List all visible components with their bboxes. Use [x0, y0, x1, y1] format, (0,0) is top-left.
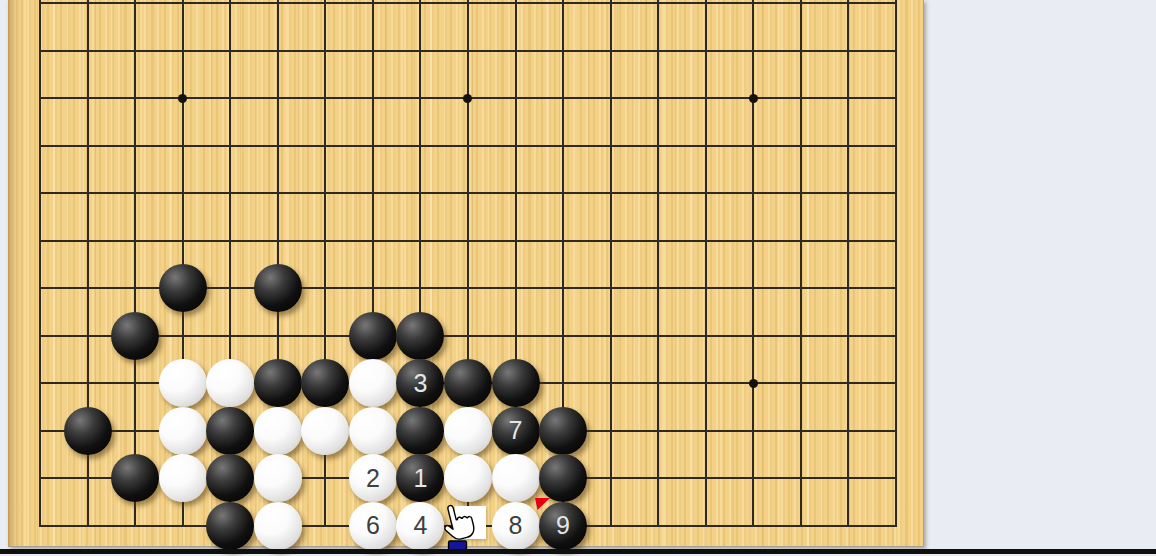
stone-white — [301, 407, 349, 455]
hoshi-point — [463, 94, 472, 103]
stone-black — [254, 264, 302, 312]
stone-black — [64, 407, 112, 455]
stone-white — [349, 359, 397, 407]
grid-line-horizontal — [39, 192, 897, 194]
grid-line-vertical — [610, 0, 612, 527]
stone-black-move-3: 3 — [396, 359, 444, 407]
stone-black — [206, 407, 254, 455]
grid-line-vertical — [800, 0, 802, 527]
stone-black — [349, 312, 397, 360]
stone-black — [396, 407, 444, 455]
stone-white — [159, 454, 207, 502]
grid-line-vertical — [134, 0, 136, 527]
stone-black — [396, 312, 444, 360]
stone-white — [444, 454, 492, 502]
stone-black — [444, 359, 492, 407]
move-number-label: 7 — [492, 407, 540, 455]
stone-white — [444, 407, 492, 455]
grid-line-horizontal — [39, 50, 897, 52]
grid-line-vertical — [39, 0, 41, 527]
stone-white-move-8: 8 — [492, 502, 540, 550]
stone-white — [254, 407, 302, 455]
stone-white — [206, 359, 254, 407]
stone-white — [349, 407, 397, 455]
grid-line-vertical — [752, 0, 754, 527]
go-app-window: 37216489 — [0, 0, 1156, 556]
hover-highlight-square[interactable] — [455, 506, 486, 539]
move-number-label: 2 — [349, 454, 397, 502]
stone-black — [492, 359, 540, 407]
stone-black — [111, 454, 159, 502]
stone-black — [539, 454, 587, 502]
stone-black — [254, 359, 302, 407]
grid-line-vertical — [847, 0, 849, 527]
stone-black-move-7: 7 — [492, 407, 540, 455]
hoshi-point — [178, 94, 187, 103]
move-number-label: 6 — [349, 502, 397, 550]
stone-white-move-4: 4 — [396, 502, 444, 550]
stone-black — [301, 359, 349, 407]
move-number-label: 8 — [492, 502, 540, 550]
stone-white-move-2: 2 — [349, 454, 397, 502]
grid-line-vertical — [895, 0, 897, 527]
grid-line-vertical — [657, 0, 659, 527]
grid-line-vertical — [705, 0, 707, 527]
stone-black — [111, 312, 159, 360]
stone-white-move-6: 6 — [349, 502, 397, 550]
stone-black-move-1: 1 — [396, 454, 444, 502]
grid-line-horizontal — [39, 2, 897, 4]
stone-black — [206, 454, 254, 502]
goban[interactable]: 37216489 — [8, 0, 924, 547]
move-number-label: 4 — [396, 502, 444, 550]
grid-line-horizontal — [39, 335, 897, 337]
grid-line-horizontal — [39, 145, 897, 147]
bottom-frame-bar — [0, 549, 1156, 554]
move-number-label: 1 — [396, 454, 444, 502]
stone-white — [159, 407, 207, 455]
last-move-triangle-marker — [535, 498, 551, 511]
stone-black — [539, 407, 587, 455]
stone-black — [206, 502, 254, 550]
hoshi-point — [749, 379, 758, 388]
stone-white — [254, 502, 302, 550]
grid-line-horizontal — [39, 240, 897, 242]
stone-white — [159, 359, 207, 407]
hoshi-point — [749, 94, 758, 103]
stone-white — [254, 454, 302, 502]
stone-white — [492, 454, 540, 502]
stone-black — [159, 264, 207, 312]
move-number-label: 3 — [396, 359, 444, 407]
